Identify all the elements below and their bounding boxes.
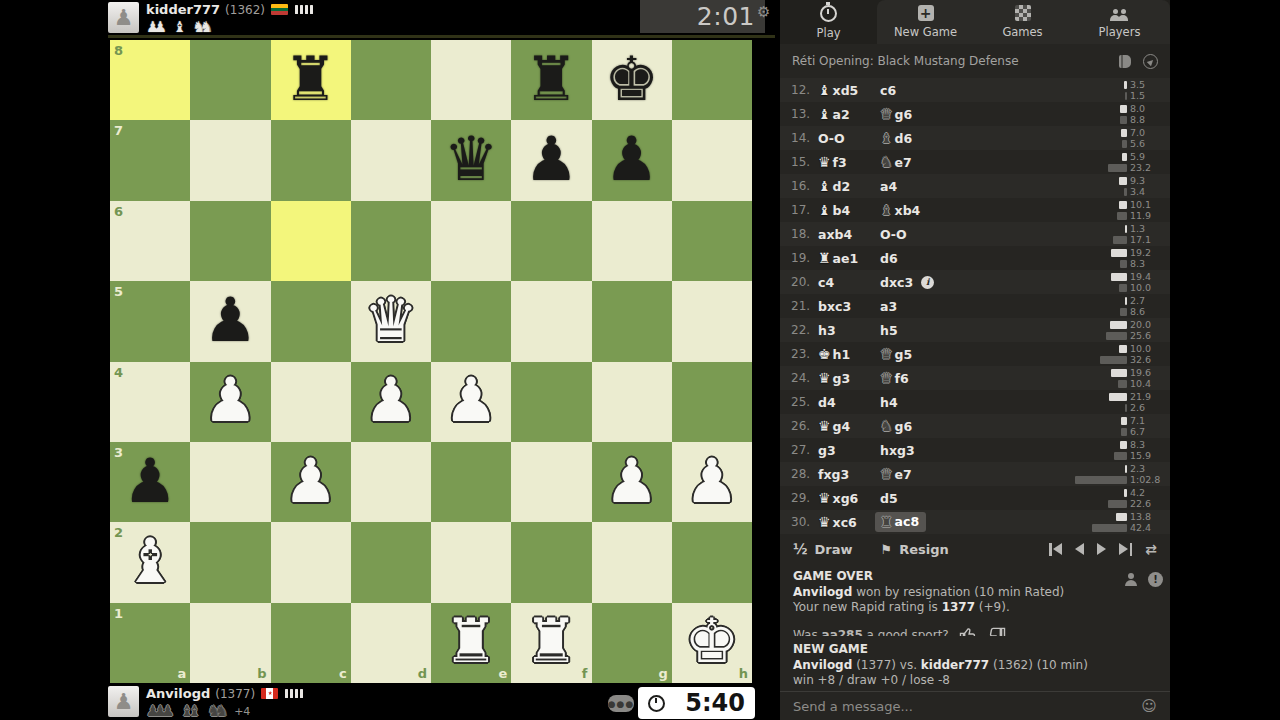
time-bar: [1121, 129, 1127, 137]
black-move-25[interactable]: h4: [880, 395, 1020, 410]
game-over-section: GAME OVER Anvilogd won by resignation (1…: [780, 564, 1170, 645]
white-pawn-d4[interactable]: ♟: [364, 369, 419, 430]
square-c5[interactable]: [271, 281, 351, 361]
pawn-avatar-icon: ♟: [114, 5, 134, 30]
square-g6[interactable]: [592, 201, 672, 281]
chat-bubble-icon[interactable]: ●●●: [608, 695, 634, 712]
black-move-29[interactable]: d5: [880, 491, 1020, 506]
square-h1[interactable]: h♚: [672, 603, 752, 683]
move-san: h4: [880, 395, 898, 410]
move-times: 13.842.4: [1092, 512, 1170, 533]
time-value: 42.4: [1130, 522, 1164, 533]
move-times: 2.78.6: [1120, 296, 1170, 317]
tab-label: New Game: [894, 25, 957, 39]
square-b8[interactable]: [190, 40, 270, 120]
black-move-19[interactable]: d6: [880, 251, 1020, 266]
black-move-14[interactable]: ♝d6: [880, 131, 1020, 146]
white-piece-figurine: ♛: [818, 515, 831, 529]
square-g4[interactable]: [592, 362, 672, 442]
square-f3[interactable]: [511, 442, 591, 522]
time-bar: [1119, 201, 1127, 209]
black-pawn-g7[interactable]: ♟: [604, 128, 659, 189]
black-move-12[interactable]: c6: [880, 83, 1020, 98]
captured-group: ♟♟: [146, 20, 167, 35]
black-piece-figurine: ♝: [880, 203, 893, 217]
time-bar: [1111, 273, 1127, 281]
move-san: a4: [880, 179, 897, 194]
black-move-22[interactable]: h5: [880, 323, 1020, 338]
file-label-h: h: [739, 667, 748, 680]
new-game-stakes: win +8 / draw +0 / lose -8: [780, 673, 1170, 688]
top-player-avatar[interactable]: ♟: [108, 2, 139, 33]
connection-signal-icon: [295, 5, 313, 14]
white-rook-e1[interactable]: ♜: [444, 610, 499, 671]
add-friend-icon[interactable]: [1124, 573, 1139, 586]
white-piece-figurine: ♛: [818, 371, 831, 385]
players-icon: [1110, 6, 1129, 21]
canada-flag-icon: [261, 688, 278, 699]
black-move-26[interactable]: ♞g6: [880, 419, 1020, 434]
square-g7[interactable]: ♟: [592, 120, 672, 200]
square-f7[interactable]: ♟: [511, 120, 591, 200]
time-value: 2.7: [1130, 295, 1164, 306]
white-move-28[interactable]: fxg3: [818, 467, 880, 482]
top-player-clock: 2:01: [640, 0, 765, 33]
square-e5[interactable]: [431, 281, 511, 361]
black-queen-e7[interactable]: ♛: [444, 128, 499, 189]
time-value: 23.2: [1130, 162, 1164, 173]
square-h7[interactable]: [672, 120, 752, 200]
black-rook-f8[interactable]: ♜: [524, 48, 579, 109]
time-value: 10.0: [1130, 282, 1164, 293]
white-move-12[interactable]: ♝xd5: [818, 83, 880, 98]
rank-label-2: 2: [114, 526, 123, 539]
time-value: 10.4: [1130, 378, 1164, 389]
square-e4[interactable]: ♟: [431, 362, 511, 442]
move-times: 19.610.4: [1111, 368, 1170, 389]
black-move-28[interactable]: ♛e7: [880, 467, 1020, 482]
black-move-23[interactable]: ♛g5: [880, 347, 1020, 362]
square-h8[interactable]: [672, 40, 752, 120]
white-pawn-h3[interactable]: ♟: [685, 450, 740, 511]
square-h5[interactable]: [672, 281, 752, 361]
time-value: 1.3: [1130, 223, 1164, 234]
go-back-button[interactable]: [1075, 543, 1084, 555]
black-piece-figurine: ♜: [880, 515, 893, 529]
move-times: 2.31:02.8: [1075, 464, 1170, 485]
move-number: 21.: [791, 299, 818, 313]
move-number: 29.: [791, 491, 818, 505]
black-move-21[interactable]: a3: [880, 299, 1020, 314]
square-d3[interactable]: [351, 442, 431, 522]
move-times: 21.92.6: [1109, 392, 1170, 413]
black-pawn-a3[interactable]: ♟: [123, 450, 178, 511]
move-san: xb4: [895, 203, 921, 218]
time-bar: [1106, 332, 1127, 340]
square-e2[interactable]: [431, 522, 511, 602]
settings-gear-icon[interactable]: ⚙: [757, 3, 770, 21]
go-first-button[interactable]: [1049, 543, 1062, 556]
white-queen-d5[interactable]: ♛: [364, 289, 419, 350]
square-d4[interactable]: ♟: [351, 362, 431, 442]
top-player-bar: ♟ kidder777 (1362) ♟♟♝♞♞: [108, 2, 313, 35]
move-navigation: ⇄: [1049, 541, 1157, 557]
go-forward-button[interactable]: [1097, 543, 1106, 555]
move-san: h3: [818, 323, 836, 338]
move-row-27: 27.g3hxg38.315.9: [780, 438, 1170, 462]
move-san: e7: [895, 467, 912, 482]
black-move-16[interactable]: a4: [880, 179, 1020, 194]
white-move-19[interactable]: ♜ae1: [818, 251, 880, 266]
white-piece-figurine: ♝: [818, 179, 831, 193]
new-game-players: Anvilogd (1377) vs. kidder777 (1362) (10…: [780, 658, 1170, 673]
move-row-12: 12.♝xd5c63.51.5: [780, 78, 1170, 102]
rank-label-1: 1: [114, 607, 123, 620]
move-san: O-O: [880, 227, 907, 242]
time-value: 10.0: [1130, 343, 1164, 354]
black-pawn-b5[interactable]: ♟: [203, 289, 258, 350]
resign-flag-icon: ⚑: [880, 542, 892, 557]
resign-label: Resign: [899, 542, 949, 557]
white-pawn-e4[interactable]: ♟: [444, 369, 499, 430]
resign-button[interactable]: ⚑ Resign: [880, 542, 948, 557]
square-d5[interactable]: ♛: [351, 281, 431, 361]
chat-placeholder: Send a message...: [793, 699, 913, 714]
black-piece-figurine: ♛: [880, 107, 893, 121]
square-h2[interactable]: [672, 522, 752, 602]
white-move-23[interactable]: ♚h1: [818, 347, 880, 362]
white-king-h1[interactable]: ♚: [685, 610, 740, 671]
square-b3[interactable]: [190, 442, 270, 522]
move-san: fxg3: [818, 467, 849, 482]
move-row-29: 29.♛xg6d54.222.6: [780, 486, 1170, 510]
time-value: 13.8: [1130, 511, 1164, 522]
square-e8[interactable]: [431, 40, 511, 120]
black-move-30[interactable]: ♜ac8: [880, 512, 1020, 532]
move-san: hxg3: [880, 443, 915, 458]
square-f1[interactable]: f♜: [511, 603, 591, 683]
bottom-player-bar: ♟ Anvilogd (1377) ♟♟♟♝♝♞♞+4: [108, 686, 303, 719]
time-value: 19.4: [1130, 271, 1164, 282]
time-value: 25.6: [1130, 330, 1164, 341]
move-row-25: 25.d4h421.92.6: [780, 390, 1170, 414]
square-d7[interactable]: [351, 120, 431, 200]
emoji-smiley-icon[interactable]: ☺: [1141, 697, 1157, 715]
square-a2[interactable]: 2♝: [110, 522, 190, 602]
white-move-21[interactable]: bxc3: [818, 299, 880, 314]
top-captured-pieces: ♟♟♝♞♞: [146, 20, 313, 35]
white-piece-figurine: ♛: [818, 419, 831, 433]
square-e1[interactable]: e♜: [431, 603, 511, 683]
black-move-13[interactable]: ♛g6: [880, 107, 1020, 122]
flip-board-icon[interactable]: ⇄: [1145, 541, 1157, 557]
white-move-20[interactable]: c4: [818, 275, 880, 290]
move-row-23: 23.♚h1♛g510.032.6: [780, 342, 1170, 366]
move-san: g6: [895, 419, 913, 434]
white-move-14[interactable]: O-O: [818, 131, 880, 146]
time-value: 8.0: [1130, 103, 1164, 114]
square-a5[interactable]: 5: [110, 281, 190, 361]
tab-players[interactable]: Players: [1071, 0, 1168, 44]
chess-board[interactable]: 8♜♜♚7♛♟♟65♟♛4♟♟♟3♟♟♟♟2♝1abcde♜f♜gh♚: [110, 40, 752, 683]
move-number: 12.: [791, 83, 818, 97]
tab-new-game[interactable]: + New Game: [877, 0, 974, 44]
square-e3[interactable]: [431, 442, 511, 522]
move-row-17: 17.♝b4♝xb410.111.9: [780, 198, 1170, 222]
time-bar: [1120, 105, 1127, 113]
square-d8[interactable]: [351, 40, 431, 120]
square-a1[interactable]: 1a: [110, 603, 190, 683]
square-g5[interactable]: [592, 281, 672, 361]
time-bar: [1111, 369, 1127, 377]
square-b2[interactable]: [190, 522, 270, 602]
move-san: xc6: [833, 515, 857, 530]
white-move-24[interactable]: ♛g3: [818, 371, 880, 386]
bottom-player-rating: (1377): [215, 687, 255, 701]
white-move-17[interactable]: ♝b4: [818, 203, 880, 218]
square-f5[interactable]: [511, 281, 591, 361]
time-bar: [1111, 249, 1127, 257]
time-value: 8.3: [1130, 258, 1164, 269]
white-move-22[interactable]: h3: [818, 323, 880, 338]
bottom-player-avatar[interactable]: ♟: [108, 686, 139, 717]
white-move-27[interactable]: g3: [818, 443, 880, 458]
plus-square-icon: +: [918, 5, 934, 21]
move-row-28: 28.fxg3♛e72.31:02.8: [780, 462, 1170, 486]
move-number: 25.: [791, 395, 818, 409]
move-san: axb4: [818, 227, 852, 242]
tab-games[interactable]: Games: [974, 0, 1071, 44]
move-info-icon[interactable]: i: [921, 276, 934, 289]
time-value: 11.9: [1130, 210, 1164, 221]
file-label-f: f: [582, 667, 588, 680]
square-b1[interactable]: b: [190, 603, 270, 683]
black-move-17[interactable]: ♝xb4: [880, 203, 1020, 218]
square-d1[interactable]: d: [351, 603, 431, 683]
square-f2[interactable]: [511, 522, 591, 602]
move-row-13: 13.♝a2♛g68.08.8: [780, 102, 1170, 126]
time-bar: [1113, 236, 1127, 244]
square-a4[interactable]: 4: [110, 362, 190, 442]
bottom-player-name[interactable]: Anvilogd: [146, 686, 210, 701]
white-piece-figurine: ♛: [818, 491, 831, 505]
square-c8[interactable]: ♜: [271, 40, 351, 120]
chat-input-bar[interactable]: Send a message... ☺: [780, 691, 1170, 720]
time-bar: [1119, 177, 1127, 185]
black-move-20[interactable]: dxc3i: [880, 275, 1020, 290]
white-move-26[interactable]: ♛g4: [818, 419, 880, 434]
square-a7[interactable]: 7: [110, 120, 190, 200]
square-a3[interactable]: 3♟: [110, 442, 190, 522]
white-pawn-b4[interactable]: ♟: [203, 369, 258, 430]
time-value: 1.5: [1130, 90, 1164, 101]
captured-group: ♝: [173, 20, 186, 35]
black-move-27[interactable]: hxg3: [880, 443, 1020, 458]
explorer-icon[interactable]: [1143, 54, 1158, 69]
white-piece-figurine: ♚: [818, 347, 831, 361]
time-bar: [1122, 153, 1127, 161]
app-window: ♟ kidder777 (1362) ♟♟♝♞♞ 2:01 ⚙ 8♜♜♚7♛♟♟…: [0, 0, 1280, 720]
move-row-26: 26.♛g4♞g67.16.7: [780, 414, 1170, 438]
square-e7[interactable]: ♛: [431, 120, 511, 200]
move-san: f3: [833, 155, 847, 170]
square-f8[interactable]: ♜: [511, 40, 591, 120]
time-value: 8.3: [1130, 439, 1164, 450]
black-king-g8[interactable]: ♚: [604, 48, 659, 109]
time-value: 17.1: [1130, 234, 1164, 245]
black-move-24[interactable]: ♛f6: [880, 371, 1020, 386]
time-value: 5.6: [1130, 138, 1164, 149]
black-piece-figurine: ♛: [880, 467, 893, 481]
black-move-15[interactable]: ♞e7: [880, 155, 1020, 170]
move-times: 7.05.6: [1121, 128, 1170, 149]
black-piece-figurine: ♝: [880, 131, 893, 145]
square-g1[interactable]: g: [592, 603, 672, 683]
time-bar: [1117, 212, 1127, 220]
move-times: 7.16.7: [1121, 416, 1170, 437]
time-bar: [1109, 393, 1127, 401]
white-move-29[interactable]: ♛xg6: [818, 491, 880, 506]
square-g8[interactable]: ♚: [592, 40, 672, 120]
square-h4[interactable]: [672, 362, 752, 442]
time-value: 21.9: [1130, 391, 1164, 402]
time-value: 22.6: [1130, 498, 1164, 509]
white-rook-f1[interactable]: ♜: [524, 610, 579, 671]
square-f6[interactable]: [511, 201, 591, 281]
move-san: d2: [833, 179, 851, 194]
move-times: 10.032.6: [1100, 344, 1170, 365]
move-san: f6: [895, 371, 909, 386]
time-value: 20.0: [1130, 319, 1164, 330]
white-move-30[interactable]: ♛xc6: [818, 515, 880, 530]
move-san: a3: [880, 299, 897, 314]
white-pawn-c3[interactable]: ♟: [283, 450, 338, 511]
square-d6[interactable]: [351, 201, 431, 281]
time-value: 19.6: [1130, 367, 1164, 378]
move-san: g6: [895, 107, 913, 122]
move-number: 30.: [791, 515, 818, 529]
square-b4[interactable]: ♟: [190, 362, 270, 442]
time-bar: [1120, 116, 1127, 124]
square-b7[interactable]: [190, 120, 270, 200]
square-c4[interactable]: [271, 362, 351, 442]
draw-button[interactable]: ½ Draw: [793, 541, 852, 557]
time-value: 2.3: [1130, 463, 1164, 474]
square-h3[interactable]: ♟: [672, 442, 752, 522]
game-over-result: Anvilogd won by resignation (10 min Rate…: [780, 585, 1170, 600]
white-pawn-g3[interactable]: ♟: [604, 450, 659, 511]
white-move-15[interactable]: ♛f3: [818, 155, 880, 170]
new-game-section: NEW GAME Anvilogd (1377) vs. kidder777 (…: [780, 636, 1170, 688]
move-times: 5.923.2: [1108, 152, 1170, 173]
square-c2[interactable]: [271, 522, 351, 602]
move-san: d4: [818, 395, 836, 410]
time-value: 19.2: [1130, 247, 1164, 258]
white-move-25[interactable]: d4: [818, 395, 880, 410]
move-number: 14.: [791, 131, 818, 145]
move-times: 19.28.3: [1111, 248, 1170, 269]
top-player-rating: (1362): [225, 3, 265, 17]
report-alert-icon[interactable]: !: [1148, 572, 1163, 587]
connection-signal-icon: [285, 689, 303, 698]
time-bar: [1119, 284, 1127, 292]
opening-book-icon[interactable]: [1119, 55, 1131, 68]
move-san: ac8: [895, 514, 920, 529]
black-move-18[interactable]: O-O: [880, 227, 1020, 242]
file-label-a: a: [177, 667, 186, 680]
square-c6[interactable]: [271, 201, 351, 281]
opening-name[interactable]: Réti Opening: Black Mustang Defense: [792, 54, 1019, 68]
square-b6[interactable]: [190, 201, 270, 281]
square-g3[interactable]: ♟: [592, 442, 672, 522]
rank-label-8: 8: [114, 44, 123, 57]
time-value: 3.5: [1130, 79, 1164, 90]
square-d2[interactable]: [351, 522, 431, 602]
white-move-16[interactable]: ♝d2: [818, 179, 880, 194]
white-bishop-a2[interactable]: ♝: [123, 530, 178, 591]
bottom-captured-pieces: ♟♟♟♝♝♞♞+4: [146, 704, 303, 719]
time-value: 7.0: [1130, 127, 1164, 138]
square-e6[interactable]: [431, 201, 511, 281]
file-label-b: b: [257, 667, 266, 680]
time-bar: [1114, 452, 1127, 460]
square-g2[interactable]: [592, 522, 672, 602]
bottom-player-clock: 5:40: [638, 687, 755, 719]
material-advantage: +4: [234, 705, 250, 718]
timer-icon: [648, 695, 665, 712]
square-c7[interactable]: [271, 120, 351, 200]
time-bar: [1119, 345, 1127, 353]
move-times: 8.08.8: [1120, 104, 1170, 125]
move-san: xg6: [833, 491, 859, 506]
square-c1[interactable]: c: [271, 603, 351, 683]
move-times: 10.111.9: [1117, 200, 1170, 221]
time-value: 3.4: [1130, 186, 1164, 197]
tab-label: Games: [1002, 25, 1042, 39]
black-pawn-f7[interactable]: ♟: [524, 128, 579, 189]
move-number: 19.: [791, 251, 818, 265]
white-move-13[interactable]: ♝a2: [818, 107, 880, 122]
checkerboard-icon: [1015, 5, 1031, 21]
rank-label-3: 3: [114, 446, 123, 459]
square-h6[interactable]: [672, 201, 752, 281]
black-rook-c8[interactable]: ♜: [283, 48, 338, 109]
move-number: 28.: [791, 467, 818, 481]
top-player-name[interactable]: kidder777: [146, 2, 220, 17]
square-f4[interactable]: [511, 362, 591, 442]
file-label-d: d: [418, 667, 427, 680]
square-a6[interactable]: 6: [110, 201, 190, 281]
go-last-button[interactable]: [1119, 543, 1132, 556]
move-san: c6: [880, 83, 896, 98]
white-move-18[interactable]: axb4: [818, 227, 880, 242]
square-b5[interactable]: ♟: [190, 281, 270, 361]
move-san: g3: [833, 371, 851, 386]
time-bar: [1120, 260, 1127, 268]
move-number: 20.: [791, 275, 818, 289]
game-over-title: GAME OVER: [780, 564, 1170, 585]
tab-label: Play: [817, 26, 841, 40]
square-c3[interactable]: ♟: [271, 442, 351, 522]
time-value: 10.1: [1130, 199, 1164, 210]
tab-play[interactable]: Play: [780, 0, 877, 44]
move-san: bxc3: [818, 299, 851, 314]
move-row-22: 22.h3h520.025.6: [780, 318, 1170, 342]
square-a8[interactable]: 8: [110, 40, 190, 120]
game-over-rating: Your new Rapid rating is 1377 (+9).: [780, 600, 1170, 615]
board-top-divider: [108, 35, 775, 38]
move-times: 19.410.0: [1111, 272, 1170, 293]
